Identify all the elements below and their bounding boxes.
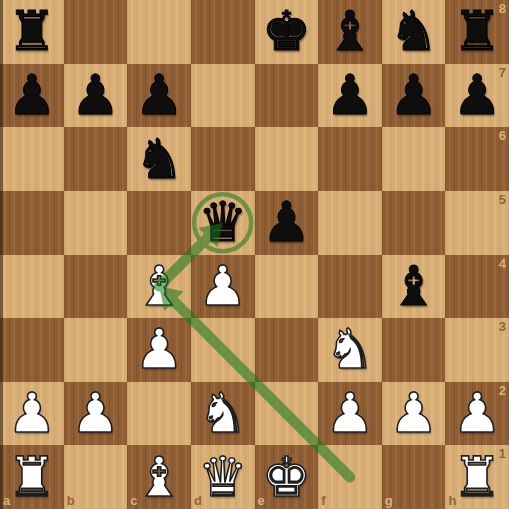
piece-black-queen-d5[interactable]: ♛: [191, 191, 255, 255]
square-g1[interactable]: g: [382, 445, 446, 509]
piece-white-knight-f3[interactable]: ♞: [318, 318, 382, 382]
piece-black-rook-a8[interactable]: ♜: [0, 0, 64, 64]
square-a5[interactable]: [0, 191, 64, 255]
square-b1[interactable]: b: [64, 445, 128, 509]
chess-board: ♜♚♝♞♜8♟♟♟♟♟♟7♞6♛♟5♝♟♝4♟♞3♟♟♞♟♟♟2♜ab♝c♛d♚…: [0, 0, 509, 509]
piece-black-pawn-a7[interactable]: ♟: [0, 64, 64, 128]
square-h5[interactable]: 5: [445, 191, 509, 255]
square-f5[interactable]: [318, 191, 382, 255]
square-c5[interactable]: [127, 191, 191, 255]
square-h7[interactable]: ♟7: [445, 64, 509, 128]
square-b3[interactable]: [64, 318, 128, 382]
square-b4[interactable]: [64, 255, 128, 319]
file-label-b: b: [67, 494, 75, 507]
square-a8[interactable]: ♜: [0, 0, 64, 64]
rank-label-5: 5: [499, 193, 506, 206]
square-h8[interactable]: ♜8: [445, 0, 509, 64]
file-label-c: c: [130, 494, 137, 507]
piece-white-pawn-f2[interactable]: ♟: [318, 382, 382, 446]
square-g8[interactable]: ♞: [382, 0, 446, 64]
square-h2[interactable]: ♟2: [445, 382, 509, 446]
square-c2[interactable]: [127, 382, 191, 446]
square-g3[interactable]: [382, 318, 446, 382]
file-label-a: a: [3, 494, 10, 507]
square-d8[interactable]: [191, 0, 255, 64]
file-label-g: g: [385, 494, 393, 507]
square-b6[interactable]: [64, 127, 128, 191]
square-b5[interactable]: [64, 191, 128, 255]
square-g6[interactable]: [382, 127, 446, 191]
piece-black-pawn-f7[interactable]: ♟: [318, 64, 382, 128]
square-f2[interactable]: ♟: [318, 382, 382, 446]
square-d2[interactable]: ♞: [191, 382, 255, 446]
square-e2[interactable]: [255, 382, 319, 446]
square-g7[interactable]: ♟: [382, 64, 446, 128]
piece-white-knight-d2[interactable]: ♞: [191, 382, 255, 446]
square-e6[interactable]: [255, 127, 319, 191]
rank-label-4: 4: [499, 257, 506, 270]
file-label-f: f: [321, 494, 325, 507]
piece-black-bishop-f8[interactable]: ♝: [318, 0, 382, 64]
square-b8[interactable]: [64, 0, 128, 64]
square-g2[interactable]: ♟: [382, 382, 446, 446]
square-a2[interactable]: ♟: [0, 382, 64, 446]
square-h4[interactable]: 4: [445, 255, 509, 319]
square-f3[interactable]: ♞: [318, 318, 382, 382]
square-a3[interactable]: [0, 318, 64, 382]
piece-black-pawn-b7[interactable]: ♟: [64, 64, 128, 128]
square-e4[interactable]: [255, 255, 319, 319]
square-a1[interactable]: ♜a: [0, 445, 64, 509]
square-f1[interactable]: f: [318, 445, 382, 509]
square-e7[interactable]: [255, 64, 319, 128]
piece-black-pawn-c7[interactable]: ♟: [127, 64, 191, 128]
square-f4[interactable]: [318, 255, 382, 319]
square-a6[interactable]: [0, 127, 64, 191]
piece-black-bishop-g4[interactable]: ♝: [382, 255, 446, 319]
square-b2[interactable]: ♟: [64, 382, 128, 446]
square-e5[interactable]: ♟: [255, 191, 319, 255]
square-e1[interactable]: ♚e: [255, 445, 319, 509]
square-d7[interactable]: [191, 64, 255, 128]
piece-black-king-e8[interactable]: ♚: [255, 0, 319, 64]
piece-black-pawn-g7[interactable]: ♟: [382, 64, 446, 128]
rank-label-1: 1: [499, 447, 506, 460]
square-a7[interactable]: ♟: [0, 64, 64, 128]
square-c3[interactable]: ♟: [127, 318, 191, 382]
square-b7[interactable]: ♟: [64, 64, 128, 128]
square-g4[interactable]: ♝: [382, 255, 446, 319]
piece-black-pawn-e5[interactable]: ♟: [255, 191, 319, 255]
square-e3[interactable]: [255, 318, 319, 382]
piece-white-pawn-b2[interactable]: ♟: [64, 382, 128, 446]
square-c7[interactable]: ♟: [127, 64, 191, 128]
chess-board-screenshot: ♜♚♝♞♜8♟♟♟♟♟♟7♞6♛♟5♝♟♝4♟♞3♟♟♞♟♟♟2♜ab♝c♛d♚…: [0, 0, 509, 509]
square-h6[interactable]: 6: [445, 127, 509, 191]
square-c1[interactable]: ♝c: [127, 445, 191, 509]
rank-label-8: 8: [499, 2, 506, 15]
rank-label-7: 7: [499, 66, 506, 79]
square-d4[interactable]: ♟: [191, 255, 255, 319]
rank-label-3: 3: [499, 320, 506, 333]
square-e8[interactable]: ♚: [255, 0, 319, 64]
square-c6[interactable]: ♞: [127, 127, 191, 191]
square-h3[interactable]: 3: [445, 318, 509, 382]
file-label-d: d: [194, 494, 202, 507]
square-f7[interactable]: ♟: [318, 64, 382, 128]
piece-white-pawn-g2[interactable]: ♟: [382, 382, 446, 446]
piece-white-pawn-a2[interactable]: ♟: [0, 382, 64, 446]
square-h1[interactable]: ♜1h: [445, 445, 509, 509]
piece-white-pawn-d4[interactable]: ♟: [191, 255, 255, 319]
rank-label-2: 2: [499, 384, 506, 397]
square-f6[interactable]: [318, 127, 382, 191]
square-f8[interactable]: ♝: [318, 0, 382, 64]
square-g5[interactable]: [382, 191, 446, 255]
file-label-h: h: [448, 494, 456, 507]
square-c4[interactable]: ♝: [127, 255, 191, 319]
square-d5[interactable]: ♛: [191, 191, 255, 255]
piece-black-knight-c6[interactable]: ♞: [127, 127, 191, 191]
rank-label-6: 6: [499, 129, 506, 142]
piece-white-pawn-c3[interactable]: ♟: [127, 318, 191, 382]
piece-white-bishop-c4[interactable]: ♝: [127, 255, 191, 319]
square-d1[interactable]: ♛d: [191, 445, 255, 509]
square-a4[interactable]: [0, 255, 64, 319]
file-label-e: e: [258, 494, 265, 507]
square-d3[interactable]: [191, 318, 255, 382]
piece-black-knight-g8[interactable]: ♞: [382, 0, 446, 64]
square-c8[interactable]: [127, 0, 191, 64]
square-d6[interactable]: [191, 127, 255, 191]
